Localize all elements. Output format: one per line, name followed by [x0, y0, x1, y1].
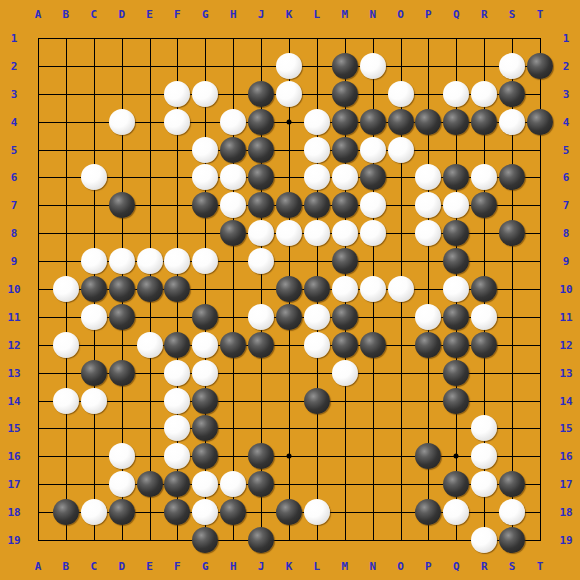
white-stone[interactable] — [276, 81, 302, 107]
black-stone[interactable] — [304, 276, 330, 302]
coord-label-column-top: C — [90, 9, 97, 20]
white-stone[interactable] — [164, 415, 190, 441]
black-stone[interactable] — [248, 137, 274, 163]
white-stone[interactable] — [81, 388, 107, 414]
black-stone[interactable] — [499, 220, 525, 246]
coord-label-column-bottom: K — [286, 561, 293, 572]
black-stone[interactable] — [81, 360, 107, 386]
white-stone[interactable] — [53, 332, 79, 358]
coord-label-row-left: 14 — [7, 395, 20, 406]
black-stone[interactable] — [248, 527, 274, 553]
white-stone[interactable] — [220, 471, 246, 497]
white-stone[interactable] — [81, 164, 107, 190]
white-stone[interactable] — [443, 276, 469, 302]
coord-label-row-left: 17 — [7, 479, 20, 490]
white-stone[interactable] — [499, 109, 525, 135]
black-stone[interactable] — [360, 109, 386, 135]
white-stone[interactable] — [248, 304, 274, 330]
coord-label-row-left: 6 — [11, 172, 18, 183]
coord-label-row-left: 2 — [11, 60, 18, 71]
white-stone[interactable] — [415, 192, 441, 218]
black-stone[interactable] — [443, 471, 469, 497]
white-stone[interactable] — [109, 443, 135, 469]
coord-label-column-top: G — [202, 9, 209, 20]
star-point — [287, 119, 292, 124]
coord-label-row-right: 11 — [559, 311, 572, 322]
black-stone[interactable] — [304, 388, 330, 414]
black-stone[interactable] — [220, 220, 246, 246]
white-stone[interactable] — [471, 81, 497, 107]
black-stone[interactable] — [192, 443, 218, 469]
coord-label-column-bottom: E — [146, 561, 153, 572]
coord-label-column-bottom: T — [537, 561, 544, 572]
black-stone[interactable] — [388, 109, 414, 135]
black-stone[interactable] — [443, 248, 469, 274]
star-point — [454, 454, 459, 459]
black-stone[interactable] — [332, 137, 358, 163]
white-stone[interactable] — [304, 332, 330, 358]
white-stone[interactable] — [164, 248, 190, 274]
black-stone[interactable] — [332, 53, 358, 79]
coord-label-column-top: R — [481, 9, 488, 20]
coord-label-column-bottom: S — [509, 561, 516, 572]
coord-label-row-left: 19 — [7, 535, 20, 546]
black-stone[interactable] — [360, 164, 386, 190]
white-stone[interactable] — [192, 471, 218, 497]
coord-label-column-top: A — [35, 9, 42, 20]
coord-label-column-bottom: L — [314, 561, 321, 572]
white-stone[interactable] — [53, 388, 79, 414]
black-stone[interactable] — [248, 164, 274, 190]
white-stone[interactable] — [304, 164, 330, 190]
coord-label-column-top: E — [146, 9, 153, 20]
black-stone[interactable] — [415, 443, 441, 469]
white-stone[interactable] — [443, 81, 469, 107]
black-stone[interactable] — [53, 499, 79, 525]
black-stone[interactable] — [499, 81, 525, 107]
coord-label-column-bottom: A — [35, 561, 42, 572]
coord-label-row-right: 18 — [559, 507, 572, 518]
white-stone[interactable] — [192, 332, 218, 358]
coord-label-column-top: Q — [453, 9, 460, 20]
coord-label-row-right: 10 — [559, 284, 572, 295]
black-stone[interactable] — [192, 527, 218, 553]
white-stone[interactable] — [81, 499, 107, 525]
black-stone[interactable] — [415, 109, 441, 135]
white-stone[interactable] — [415, 164, 441, 190]
black-stone[interactable] — [109, 499, 135, 525]
black-stone[interactable] — [192, 388, 218, 414]
black-stone[interactable] — [415, 499, 441, 525]
white-stone[interactable] — [81, 304, 107, 330]
white-stone[interactable] — [192, 360, 218, 386]
coord-label-row-left: 1 — [11, 33, 18, 44]
coord-label-column-bottom: J — [258, 561, 265, 572]
white-stone[interactable] — [248, 248, 274, 274]
white-stone[interactable] — [471, 415, 497, 441]
white-stone[interactable] — [192, 137, 218, 163]
white-stone[interactable] — [137, 248, 163, 274]
black-stone[interactable] — [527, 53, 553, 79]
coord-label-row-right: 13 — [559, 367, 572, 378]
coord-label-column-top: F — [174, 9, 181, 20]
black-stone[interactable] — [248, 109, 274, 135]
coord-label-row-left: 11 — [7, 311, 20, 322]
white-stone[interactable] — [360, 192, 386, 218]
black-stone[interactable] — [332, 332, 358, 358]
coord-label-column-top: S — [509, 9, 516, 20]
white-stone[interactable] — [360, 53, 386, 79]
white-stone[interactable] — [276, 220, 302, 246]
coord-label-column-top: N — [369, 9, 376, 20]
coord-label-row-left: 12 — [7, 339, 20, 350]
white-stone[interactable] — [192, 499, 218, 525]
coord-label-row-left: 8 — [11, 228, 18, 239]
white-stone[interactable] — [499, 499, 525, 525]
coord-label-row-right: 19 — [559, 535, 572, 546]
coord-label-column-top: H — [230, 9, 237, 20]
black-stone[interactable] — [443, 304, 469, 330]
coord-label-column-top: M — [341, 9, 348, 20]
white-stone[interactable] — [388, 137, 414, 163]
black-stone[interactable] — [360, 332, 386, 358]
coord-label-row-right: 8 — [563, 228, 570, 239]
white-stone[interactable] — [164, 81, 190, 107]
black-stone[interactable] — [192, 415, 218, 441]
coord-label-row-left: 5 — [11, 144, 18, 155]
black-stone[interactable] — [164, 471, 190, 497]
black-stone[interactable] — [192, 304, 218, 330]
black-stone[interactable] — [304, 192, 330, 218]
coord-label-row-left: 3 — [11, 88, 18, 99]
coord-label-column-bottom: Q — [453, 561, 460, 572]
white-stone[interactable] — [304, 109, 330, 135]
coord-label-column-bottom: D — [118, 561, 125, 572]
coord-label-row-right: 12 — [559, 339, 572, 350]
black-stone[interactable] — [443, 164, 469, 190]
grid-line-horizontal — [38, 428, 541, 429]
black-stone[interactable] — [164, 276, 190, 302]
white-stone[interactable] — [388, 276, 414, 302]
coord-label-column-top: D — [118, 9, 125, 20]
coord-label-row-right: 7 — [563, 200, 570, 211]
white-stone[interactable] — [220, 192, 246, 218]
coord-label-column-bottom: G — [202, 561, 209, 572]
black-stone[interactable] — [499, 471, 525, 497]
white-stone[interactable] — [332, 220, 358, 246]
white-stone[interactable] — [388, 81, 414, 107]
white-stone[interactable] — [192, 248, 218, 274]
black-stone[interactable] — [443, 220, 469, 246]
white-stone[interactable] — [164, 443, 190, 469]
coord-label-column-bottom: N — [369, 561, 376, 572]
black-stone[interactable] — [248, 81, 274, 107]
white-stone[interactable] — [164, 388, 190, 414]
white-stone[interactable] — [471, 443, 497, 469]
black-stone[interactable] — [81, 276, 107, 302]
coord-label-column-top: L — [314, 9, 321, 20]
coord-label-row-right: 2 — [563, 60, 570, 71]
white-stone[interactable] — [415, 220, 441, 246]
black-stone[interactable] — [248, 332, 274, 358]
black-stone[interactable] — [220, 332, 246, 358]
coord-label-row-right: 5 — [563, 144, 570, 155]
black-stone[interactable] — [499, 164, 525, 190]
black-stone[interactable] — [276, 304, 302, 330]
white-stone[interactable] — [53, 276, 79, 302]
white-stone[interactable] — [109, 109, 135, 135]
white-stone[interactable] — [304, 137, 330, 163]
white-stone[interactable] — [471, 527, 497, 553]
black-stone[interactable] — [332, 248, 358, 274]
coord-label-row-left: 18 — [7, 507, 20, 518]
black-stone[interactable] — [443, 109, 469, 135]
white-stone[interactable] — [192, 81, 218, 107]
black-stone[interactable] — [332, 304, 358, 330]
black-stone[interactable] — [109, 304, 135, 330]
black-stone[interactable] — [220, 499, 246, 525]
black-stone[interactable] — [276, 499, 302, 525]
black-stone[interactable] — [471, 192, 497, 218]
black-stone[interactable] — [332, 81, 358, 107]
white-stone[interactable] — [220, 164, 246, 190]
white-stone[interactable] — [137, 332, 163, 358]
coord-label-column-bottom: O — [397, 561, 404, 572]
white-stone[interactable] — [360, 276, 386, 302]
white-stone[interactable] — [304, 220, 330, 246]
white-stone[interactable] — [192, 164, 218, 190]
black-stone[interactable] — [443, 332, 469, 358]
coord-label-row-right: 14 — [559, 395, 572, 406]
black-stone[interactable] — [109, 360, 135, 386]
white-stone[interactable] — [360, 220, 386, 246]
white-stone[interactable] — [360, 137, 386, 163]
coord-label-column-top: J — [258, 9, 265, 20]
coord-label-row-left: 7 — [11, 200, 18, 211]
white-stone[interactable] — [471, 471, 497, 497]
white-stone[interactable] — [415, 304, 441, 330]
white-stone[interactable] — [109, 248, 135, 274]
coord-label-row-left: 4 — [11, 116, 18, 127]
black-stone[interactable] — [471, 109, 497, 135]
white-stone[interactable] — [304, 499, 330, 525]
black-stone[interactable] — [332, 109, 358, 135]
coord-label-column-top: P — [425, 9, 432, 20]
white-stone[interactable] — [443, 499, 469, 525]
black-stone[interactable] — [109, 276, 135, 302]
coord-label-column-bottom: R — [481, 561, 488, 572]
go-board[interactable]: AABBCCDDEEFFGGHHJJKKLLMMNNOOPPQQRRSSTT11… — [0, 0, 580, 580]
coord-label-row-right: 3 — [563, 88, 570, 99]
black-stone[interactable] — [248, 443, 274, 469]
black-stone[interactable] — [109, 192, 135, 218]
white-stone[interactable] — [332, 164, 358, 190]
coord-label-column-top: B — [63, 9, 70, 20]
white-stone[interactable] — [304, 304, 330, 330]
coord-label-column-bottom: B — [63, 561, 70, 572]
white-stone[interactable] — [109, 471, 135, 497]
black-stone[interactable] — [164, 499, 190, 525]
white-stone[interactable] — [164, 360, 190, 386]
white-stone[interactable] — [276, 53, 302, 79]
coord-label-row-left: 15 — [7, 423, 20, 434]
black-stone[interactable] — [248, 192, 274, 218]
coord-label-row-left: 13 — [7, 367, 20, 378]
coord-label-column-top: K — [286, 9, 293, 20]
white-stone[interactable] — [248, 220, 274, 246]
coord-label-row-left: 16 — [7, 451, 20, 462]
black-stone[interactable] — [471, 332, 497, 358]
black-stone[interactable] — [220, 137, 246, 163]
black-stone[interactable] — [192, 192, 218, 218]
black-stone[interactable] — [276, 192, 302, 218]
coord-label-row-right: 6 — [563, 172, 570, 183]
white-stone[interactable] — [443, 192, 469, 218]
black-stone[interactable] — [415, 332, 441, 358]
black-stone[interactable] — [499, 527, 525, 553]
coord-label-row-right: 16 — [559, 451, 572, 462]
black-stone[interactable] — [471, 276, 497, 302]
black-stone[interactable] — [276, 276, 302, 302]
coord-label-row-right: 1 — [563, 33, 570, 44]
white-stone[interactable] — [499, 53, 525, 79]
coord-label-column-top: T — [537, 9, 544, 20]
white-stone[interactable] — [332, 276, 358, 302]
black-stone[interactable] — [248, 471, 274, 497]
black-stone[interactable] — [443, 360, 469, 386]
black-stone[interactable] — [137, 471, 163, 497]
white-stone[interactable] — [471, 164, 497, 190]
coord-label-column-bottom: F — [174, 561, 181, 572]
black-stone[interactable] — [443, 388, 469, 414]
coord-label-column-bottom: H — [230, 561, 237, 572]
white-stone[interactable] — [81, 248, 107, 274]
coord-label-row-left: 10 — [7, 284, 20, 295]
black-stone[interactable] — [527, 109, 553, 135]
white-stone[interactable] — [332, 360, 358, 386]
coord-label-row-right: 15 — [559, 423, 572, 434]
coord-label-column-top: O — [397, 9, 404, 20]
white-stone[interactable] — [220, 109, 246, 135]
coord-label-row-right: 4 — [563, 116, 570, 127]
white-stone[interactable] — [164, 109, 190, 135]
grid-line-horizontal — [38, 540, 541, 541]
black-stone[interactable] — [137, 276, 163, 302]
star-point — [287, 454, 292, 459]
black-stone[interactable] — [164, 332, 190, 358]
white-stone[interactable] — [471, 304, 497, 330]
coord-label-row-left: 9 — [11, 256, 18, 267]
coord-label-column-bottom: C — [90, 561, 97, 572]
coord-label-row-right: 17 — [559, 479, 572, 490]
black-stone[interactable] — [332, 192, 358, 218]
coord-label-column-bottom: P — [425, 561, 432, 572]
coord-label-column-bottom: M — [341, 561, 348, 572]
coord-label-row-right: 9 — [563, 256, 570, 267]
